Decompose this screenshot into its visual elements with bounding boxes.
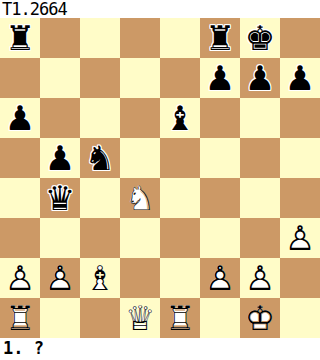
piece-black-pawn[interactable]: ♟ [280, 58, 320, 98]
square-c3[interactable] [80, 218, 120, 258]
square-g8[interactable]: ♚ [240, 18, 280, 58]
square-e7[interactable] [160, 58, 200, 98]
piece-white-pawn[interactable]: ♟♙ [280, 218, 320, 258]
puzzle-title: T1.2664 [0, 0, 320, 18]
square-g6[interactable] [240, 98, 280, 138]
move-prompt: 1. ? [0, 338, 320, 360]
square-g2[interactable]: ♟♙ [240, 258, 280, 298]
square-c7[interactable] [80, 58, 120, 98]
piece-white-pawn[interactable]: ♟♙ [40, 258, 80, 298]
square-g3[interactable] [240, 218, 280, 258]
square-d7[interactable] [120, 58, 160, 98]
square-h7[interactable]: ♟ [280, 58, 320, 98]
piece-white-queen[interactable]: ♛♕ [120, 298, 160, 338]
square-g1[interactable]: ♚♔ [240, 298, 280, 338]
square-d4[interactable]: ♞♘ [120, 178, 160, 218]
square-f3[interactable] [200, 218, 240, 258]
square-f1[interactable] [200, 298, 240, 338]
square-d8[interactable] [120, 18, 160, 58]
square-h4[interactable] [280, 178, 320, 218]
piece-white-bishop[interactable]: ♝♗ [80, 258, 120, 298]
square-d3[interactable] [120, 218, 160, 258]
piece-black-pawn[interactable]: ♟ [240, 58, 280, 98]
piece-black-rook[interactable]: ♜ [200, 18, 240, 58]
square-c5[interactable]: ♞ [80, 138, 120, 178]
square-e3[interactable] [160, 218, 200, 258]
square-f7[interactable]: ♟ [200, 58, 240, 98]
square-c8[interactable] [80, 18, 120, 58]
square-e8[interactable] [160, 18, 200, 58]
square-d1[interactable]: ♛♕ [120, 298, 160, 338]
square-f4[interactable] [200, 178, 240, 218]
square-c4[interactable] [80, 178, 120, 218]
square-c2[interactable]: ♝♗ [80, 258, 120, 298]
piece-black-bishop[interactable]: ♝ [160, 98, 200, 138]
square-a5[interactable] [0, 138, 40, 178]
square-h2[interactable] [280, 258, 320, 298]
square-b6[interactable] [40, 98, 80, 138]
piece-white-rook[interactable]: ♜♖ [0, 298, 40, 338]
square-b2[interactable]: ♟♙ [40, 258, 80, 298]
square-f6[interactable] [200, 98, 240, 138]
square-b1[interactable] [40, 298, 80, 338]
square-h1[interactable] [280, 298, 320, 338]
square-h3[interactable]: ♟♙ [280, 218, 320, 258]
square-f2[interactable]: ♟♙ [200, 258, 240, 298]
square-a6[interactable]: ♟ [0, 98, 40, 138]
square-a2[interactable]: ♟♙ [0, 258, 40, 298]
square-d2[interactable] [120, 258, 160, 298]
piece-white-pawn[interactable]: ♟♙ [240, 258, 280, 298]
square-b3[interactable] [40, 218, 80, 258]
piece-black-pawn[interactable]: ♟ [40, 138, 80, 178]
square-h6[interactable] [280, 98, 320, 138]
chess-diagram-page: T1.2664 ♜♜♚♟♟♟♟♝♟♞♛♞♘♟♙♟♙♟♙♝♗♟♙♟♙♜♖♛♕♜♖♚… [0, 0, 320, 360]
piece-white-knight[interactable]: ♞♘ [120, 178, 160, 218]
piece-white-pawn[interactable]: ♟♙ [200, 258, 240, 298]
square-e4[interactable] [160, 178, 200, 218]
square-b4[interactable]: ♛ [40, 178, 80, 218]
piece-black-pawn[interactable]: ♟ [200, 58, 240, 98]
piece-black-rook[interactable]: ♜ [0, 18, 40, 58]
square-b7[interactable] [40, 58, 80, 98]
square-f8[interactable]: ♜ [200, 18, 240, 58]
square-d5[interactable] [120, 138, 160, 178]
square-h8[interactable] [280, 18, 320, 58]
square-e5[interactable] [160, 138, 200, 178]
square-a7[interactable] [0, 58, 40, 98]
square-e6[interactable]: ♝ [160, 98, 200, 138]
piece-black-king[interactable]: ♚ [240, 18, 280, 58]
piece-black-knight[interactable]: ♞ [80, 138, 120, 178]
square-c6[interactable] [80, 98, 120, 138]
square-a1[interactable]: ♜♖ [0, 298, 40, 338]
chess-board: ♜♜♚♟♟♟♟♝♟♞♛♞♘♟♙♟♙♟♙♝♗♟♙♟♙♜♖♛♕♜♖♚♔ [0, 18, 320, 338]
square-g4[interactable] [240, 178, 280, 218]
square-f5[interactable] [200, 138, 240, 178]
square-b5[interactable]: ♟ [40, 138, 80, 178]
piece-white-king[interactable]: ♚♔ [240, 298, 280, 338]
square-a8[interactable]: ♜ [0, 18, 40, 58]
square-e2[interactable] [160, 258, 200, 298]
square-g7[interactable]: ♟ [240, 58, 280, 98]
piece-black-pawn[interactable]: ♟ [0, 98, 40, 138]
square-g5[interactable] [240, 138, 280, 178]
square-e1[interactable]: ♜♖ [160, 298, 200, 338]
square-c1[interactable] [80, 298, 120, 338]
piece-black-queen[interactable]: ♛ [40, 178, 80, 218]
square-h5[interactable] [280, 138, 320, 178]
piece-white-pawn[interactable]: ♟♙ [0, 258, 40, 298]
square-b8[interactable] [40, 18, 80, 58]
square-a3[interactable] [0, 218, 40, 258]
square-d6[interactable] [120, 98, 160, 138]
piece-white-rook[interactable]: ♜♖ [160, 298, 200, 338]
square-a4[interactable] [0, 178, 40, 218]
